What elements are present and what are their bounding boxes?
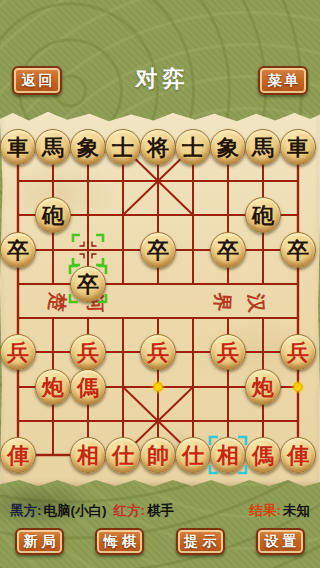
settings-button[interactable]: 设置 xyxy=(256,528,305,555)
red-piece-相[interactable]: 相 xyxy=(70,437,106,473)
red-piece-傌[interactable]: 傌 xyxy=(70,369,106,405)
red-piece-炮[interactable]: 炮 xyxy=(245,369,281,405)
undo-button[interactable]: 悔棋 xyxy=(95,528,144,555)
red-piece-帥[interactable]: 帥 xyxy=(140,437,176,473)
red-piece-傌[interactable]: 傌 xyxy=(245,437,281,473)
hint-button[interactable]: 提示 xyxy=(176,528,225,555)
menu-button[interactable]: 菜单 xyxy=(258,66,308,95)
red-side-label: 红方: xyxy=(114,502,146,520)
red-piece-仕[interactable]: 仕 xyxy=(175,437,211,473)
status-bar: 黑方: 电脑(小白) 红方: 棋手 结果: 未知 xyxy=(0,501,320,521)
black-piece-砲[interactable]: 砲 xyxy=(35,197,71,233)
black-piece-馬[interactable]: 馬 xyxy=(35,129,71,165)
black-piece-象[interactable]: 象 xyxy=(70,129,106,165)
black-piece-卒[interactable]: 卒 xyxy=(280,232,316,268)
black-piece-砲[interactable]: 砲 xyxy=(245,197,281,233)
red-piece-兵[interactable]: 兵 xyxy=(210,334,246,370)
red-piece-仕[interactable]: 仕 xyxy=(105,437,141,473)
red-piece-兵[interactable]: 兵 xyxy=(0,334,36,370)
red-side-value: 棋手 xyxy=(147,502,174,520)
black-piece-卒[interactable]: 卒 xyxy=(70,266,106,302)
new-game-button[interactable]: 新局 xyxy=(15,528,64,555)
black-piece-車[interactable]: 車 xyxy=(0,129,36,165)
black-piece-将[interactable]: 将 xyxy=(140,129,176,165)
black-piece-士[interactable]: 士 xyxy=(175,129,211,165)
red-piece-俥[interactable]: 俥 xyxy=(0,437,36,473)
black-piece-卒[interactable]: 卒 xyxy=(0,232,36,268)
red-piece-兵[interactable]: 兵 xyxy=(280,334,316,370)
result-label: 结果: xyxy=(250,502,282,520)
red-piece-俥[interactable]: 俥 xyxy=(280,437,316,473)
black-piece-卒[interactable]: 卒 xyxy=(210,232,246,268)
black-piece-象[interactable]: 象 xyxy=(210,129,246,165)
black-piece-車[interactable]: 車 xyxy=(280,129,316,165)
black-piece-卒[interactable]: 卒 xyxy=(140,232,176,268)
result-value: 未知 xyxy=(283,502,310,520)
red-piece-相[interactable]: 相 xyxy=(210,437,246,473)
app-screen: 返回 对弈 菜单 楚河界汉 車馬象士将士象馬車砲砲卒卒卒卒卒兵兵兵兵兵炮傌炮俥相… xyxy=(0,0,320,568)
black-side-value: 电脑(小白) xyxy=(44,502,107,520)
red-piece-炮[interactable]: 炮 xyxy=(35,369,71,405)
black-piece-士[interactable]: 士 xyxy=(105,129,141,165)
black-piece-馬[interactable]: 馬 xyxy=(245,129,281,165)
toolbar: 新局 悔棋 提示 设置 xyxy=(0,528,320,558)
red-piece-兵[interactable]: 兵 xyxy=(70,334,106,370)
red-piece-兵[interactable]: 兵 xyxy=(140,334,176,370)
black-side-label: 黑方: xyxy=(10,502,42,520)
board-paper xyxy=(0,110,320,488)
